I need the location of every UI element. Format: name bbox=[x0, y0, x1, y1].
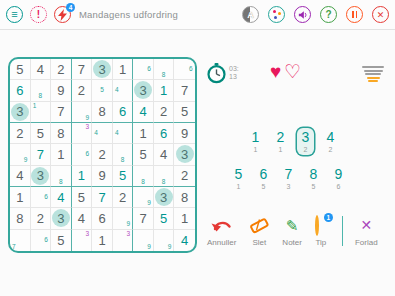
cell-digit: 3 bbox=[98, 63, 105, 76]
cell-r3c4[interactable]: 9 bbox=[72, 102, 93, 123]
cell-r3c7[interactable]: 4 bbox=[133, 102, 154, 123]
cell-r4c5[interactable]: 4 bbox=[92, 123, 113, 144]
numpad-digit: 4 bbox=[322, 130, 339, 144]
cell-digit: 3 bbox=[139, 84, 146, 97]
numpad-remaining-count: 1 bbox=[272, 145, 289, 154]
cell-r1c8[interactable]: 8 bbox=[154, 59, 175, 80]
cell-digit: 5 bbox=[16, 63, 23, 76]
cell-r2c9[interactable]: 7 bbox=[174, 80, 195, 101]
cell-r6c5[interactable]: 9 bbox=[92, 166, 113, 187]
palette-dot bbox=[278, 12, 281, 15]
cell-r4c3[interactable]: 8 bbox=[51, 123, 72, 144]
cell-r5c5[interactable]: 2 bbox=[92, 144, 113, 165]
cell-digit: 7 bbox=[98, 191, 105, 204]
cell-r8c8[interactable]: 5 bbox=[154, 208, 175, 229]
cell-r7c1[interactable]: 1 bbox=[10, 187, 31, 208]
cell-r6c1[interactable]: 4 bbox=[10, 166, 31, 187]
cell-r5c4[interactable]: 6 bbox=[72, 144, 93, 165]
cell-r8c2[interactable]: 2 bbox=[31, 208, 52, 229]
palette-dot bbox=[274, 16, 277, 19]
cell-r4c1[interactable]: 2 bbox=[10, 123, 31, 144]
leaderboard-icon[interactable] bbox=[362, 66, 384, 82]
cell-r6c4[interactable]: 1 bbox=[72, 166, 93, 187]
timer: 03: 13 bbox=[206, 63, 239, 84]
pencil-note: 9 bbox=[167, 244, 173, 251]
help-icon[interactable]: ? bbox=[320, 6, 337, 23]
cell-r1c7[interactable]: 6 bbox=[133, 59, 154, 80]
cell-r5c8[interactable]: 4 bbox=[154, 144, 175, 165]
numpad-3[interactable]: 32 bbox=[297, 128, 314, 155]
cell-r4c9[interactable]: 9 bbox=[174, 123, 195, 144]
notes-label: Noter bbox=[282, 238, 302, 247]
cell-r5c9[interactable]: 3 bbox=[174, 144, 195, 165]
cell-digit: 1 bbox=[57, 148, 64, 161]
cell-r1c5[interactable]: 3 bbox=[92, 59, 113, 80]
close-icon[interactable]: ✕ bbox=[372, 6, 389, 23]
pencil-note: 5 bbox=[99, 87, 105, 94]
top-bar: ≡ ! 4 Mandagens udfordring A bbox=[0, 0, 395, 30]
palette-dot bbox=[273, 10, 276, 13]
cell-r4c4[interactable]: 3 bbox=[72, 123, 93, 144]
topbar-right-icons: A ? ✕ bbox=[242, 6, 389, 23]
cell-r5c6[interactable]: 8 bbox=[113, 144, 134, 165]
cell-digit: 6 bbox=[119, 105, 126, 118]
theme-palette-icon[interactable] bbox=[268, 6, 285, 23]
notes-button[interactable]: ✎ Noter bbox=[282, 215, 302, 247]
cell-digit: 9 bbox=[181, 127, 188, 140]
cell-digit: 7 bbox=[181, 84, 188, 97]
eraser-icon bbox=[249, 216, 269, 234]
cell-r8c3[interactable]: 3 bbox=[51, 208, 72, 229]
cell-digit: 3 bbox=[57, 212, 64, 225]
numpad-remaining-count: 2 bbox=[322, 145, 339, 154]
cell-r9c6[interactable]: 3 bbox=[113, 230, 134, 251]
pencil-note: 6 bbox=[84, 151, 90, 158]
pencil-note: 8 bbox=[161, 179, 167, 186]
cell-r7c3[interactable]: 4 bbox=[51, 187, 72, 208]
cell-digit: 4 bbox=[57, 191, 64, 204]
cell-digit: 4 bbox=[139, 105, 146, 118]
page-title: Mandagens udfordring bbox=[79, 9, 178, 20]
numpad-remaining-count: 3 bbox=[280, 182, 297, 191]
cell-r1c1[interactable]: 5 bbox=[10, 59, 31, 80]
numpad-digit: 1 bbox=[247, 130, 264, 144]
cell-r9c8[interactable]: 9 bbox=[154, 230, 175, 251]
cell-digit: 3 bbox=[16, 105, 23, 118]
leave-button[interactable]: ✕ Forlad bbox=[355, 215, 378, 247]
lightbulb-icon: 1 bbox=[315, 217, 327, 233]
cell-r1c2[interactable]: 4 bbox=[31, 59, 52, 80]
cell-digit: 5 bbox=[139, 148, 146, 161]
cell-r3c2[interactable]: 1 bbox=[31, 102, 52, 123]
pencil-note: 8 bbox=[140, 179, 146, 186]
cell-digit: 5 bbox=[119, 169, 126, 182]
pause-icon[interactable] bbox=[346, 6, 363, 23]
cell-r2c2[interactable]: 8 bbox=[31, 80, 52, 101]
lightning-icon bbox=[58, 9, 67, 21]
pencil-note: 9 bbox=[125, 221, 131, 228]
cell-r8c4[interactable]: 4 bbox=[72, 208, 93, 229]
streak-icon[interactable]: 4 bbox=[54, 6, 71, 23]
pencil-icon: ✎ bbox=[286, 218, 299, 233]
cell-r3c8[interactable]: 2 bbox=[154, 102, 175, 123]
pause-bars bbox=[352, 11, 358, 18]
numpad-row-1: 11213242 bbox=[247, 128, 339, 155]
cell-r9c9[interactable]: 4 bbox=[174, 230, 195, 251]
lives: ♥♡ bbox=[270, 60, 304, 83]
cell-r3c9[interactable]: 5 bbox=[174, 102, 195, 123]
topbar-left-icons: ≡ ! 4 bbox=[6, 6, 71, 23]
cell-digit: 8 bbox=[181, 191, 188, 204]
leave-x-icon: ✕ bbox=[360, 218, 372, 232]
hint-label: Tip bbox=[316, 238, 327, 247]
cell-digit: 4 bbox=[37, 63, 44, 76]
cell-r2c3[interactable]: 9 bbox=[51, 80, 72, 101]
numpad-6[interactable]: 65 bbox=[255, 165, 272, 192]
cell-r2c1[interactable]: 6 bbox=[10, 80, 31, 101]
cell-r8c5[interactable]: 6 bbox=[92, 208, 113, 229]
pencil-note: 6 bbox=[146, 66, 152, 73]
cell-digit: 2 bbox=[160, 105, 167, 118]
sudoku-board: 5427316866892543173179864252583441699716… bbox=[8, 57, 197, 253]
cell-r7c6[interactable]: 2 bbox=[113, 187, 134, 208]
cell-digit: 1 bbox=[98, 234, 105, 247]
pencil-note: 3 bbox=[84, 124, 90, 131]
delete-label: Slet bbox=[252, 238, 266, 247]
numpad-remaining-count: 1 bbox=[230, 182, 247, 191]
cell-r2c4[interactable]: 2 bbox=[72, 80, 93, 101]
numpad-digit: 8 bbox=[305, 167, 322, 181]
cell-r8c6[interactable]: 9 bbox=[113, 208, 134, 229]
cell-r5c1[interactable]: 9 bbox=[10, 144, 31, 165]
cell-digit: 3 bbox=[181, 148, 188, 161]
app-screen: ≡ ! 4 Mandagens udfordring A bbox=[0, 0, 395, 296]
cell-r7c4[interactable]: 5 bbox=[72, 187, 93, 208]
cell-digit: 2 bbox=[181, 169, 188, 182]
cell-digit: 8 bbox=[98, 105, 105, 118]
pencil-note: 1 bbox=[32, 103, 38, 110]
pencil-note: 8 bbox=[58, 179, 64, 186]
pencil-note: 7 bbox=[11, 244, 17, 251]
cell-r9c7[interactable]: 9 bbox=[133, 230, 154, 251]
contrast-icon[interactable]: A bbox=[242, 6, 259, 23]
cell-digit: 8 bbox=[57, 127, 64, 140]
undo-button[interactable]: Annuller bbox=[207, 215, 236, 247]
numpad-4[interactable]: 42 bbox=[322, 128, 339, 155]
numpad-5[interactable]: 51 bbox=[230, 165, 247, 192]
cell-digit: 6 bbox=[98, 212, 105, 225]
cell-digit: 2 bbox=[78, 84, 85, 97]
cell-r1c6[interactable]: 1 bbox=[113, 59, 134, 80]
cell-digit: 6 bbox=[160, 127, 167, 140]
heart-outline-icon: ♡ bbox=[284, 61, 304, 82]
cell-r2c8[interactable]: 1 bbox=[154, 80, 175, 101]
numpad-1[interactable]: 11 bbox=[247, 128, 264, 155]
cell-digit: 9 bbox=[98, 169, 105, 182]
delete-button[interactable]: Slet bbox=[249, 215, 269, 247]
numpad-digit: 5 bbox=[230, 167, 247, 181]
numpad-digit: 3 bbox=[297, 130, 314, 144]
cell-r5c7[interactable]: 5 bbox=[133, 144, 154, 165]
pencil-note: 6 bbox=[43, 237, 49, 244]
cell-digit: 5 bbox=[160, 212, 167, 225]
timer-value: 03: 13 bbox=[229, 65, 239, 81]
cell-digit: 4 bbox=[16, 169, 23, 182]
cell-digit: 6 bbox=[16, 84, 23, 97]
cell-digit: 5 bbox=[78, 191, 85, 204]
cell-digit: 5 bbox=[181, 105, 188, 118]
cell-r3c3[interactable]: 7 bbox=[51, 102, 72, 123]
numpad-8[interactable]: 85 bbox=[305, 165, 322, 192]
pencil-note: 8 bbox=[120, 157, 126, 164]
cell-digit: 7 bbox=[78, 63, 85, 76]
cell-r7c9[interactable]: 8 bbox=[174, 187, 195, 208]
daily-challenge-icon[interactable]: ! bbox=[30, 6, 47, 23]
cell-r9c4[interactable]: 3 bbox=[72, 230, 93, 251]
numpad-9[interactable]: 96 bbox=[330, 165, 347, 192]
cell-r4c8[interactable]: 6 bbox=[154, 123, 175, 144]
numpad-remaining-count: 5 bbox=[255, 182, 272, 191]
cell-digit: 1 bbox=[181, 212, 188, 225]
numpad-remaining-count: 1 bbox=[247, 145, 264, 154]
cell-digit: 5 bbox=[37, 127, 44, 140]
numpad-digit: 9 bbox=[330, 167, 347, 181]
pencil-note: 3 bbox=[84, 231, 90, 238]
cell-r1c4[interactable]: 7 bbox=[72, 59, 93, 80]
cell-digit: 5 bbox=[57, 234, 64, 247]
cell-digit: 1 bbox=[119, 63, 126, 76]
cell-r3c6[interactable]: 6 bbox=[113, 102, 134, 123]
hint-button[interactable]: 1 Tip bbox=[315, 215, 327, 247]
cell-r7c2[interactable]: 6 bbox=[31, 187, 52, 208]
menu-icon[interactable]: ≡ bbox=[6, 6, 23, 23]
pencil-note: 6 bbox=[188, 66, 194, 73]
cell-digit: 7 bbox=[139, 212, 146, 225]
cell-digit: 1 bbox=[78, 169, 85, 182]
cell-digit: 1 bbox=[160, 84, 167, 97]
cell-digit: 9 bbox=[57, 84, 64, 97]
cell-r9c1[interactable]: 7 bbox=[10, 230, 31, 251]
numpad-remaining-count: 5 bbox=[305, 182, 322, 191]
cell-digit: 4 bbox=[78, 212, 85, 225]
cell-r1c9[interactable]: 6 bbox=[174, 59, 195, 80]
cell-r3c1[interactable]: 3 bbox=[10, 102, 31, 123]
numpad-digit: 6 bbox=[255, 167, 272, 181]
cell-digit: 3 bbox=[160, 191, 167, 204]
pencil-note: 4 bbox=[93, 130, 99, 137]
cell-digit: 2 bbox=[57, 63, 64, 76]
pencil-note: 9 bbox=[23, 157, 29, 164]
cell-digit: 4 bbox=[181, 234, 188, 247]
numpad-digit: 7 bbox=[280, 167, 297, 181]
cell-r5c2[interactable]: 7 bbox=[31, 144, 52, 165]
cell-r9c3[interactable]: 5 bbox=[51, 230, 72, 251]
pencil-note: 3 bbox=[125, 231, 131, 238]
cell-r6c3[interactable]: 8 bbox=[51, 166, 72, 187]
cell-r2c5[interactable]: 5 bbox=[92, 80, 113, 101]
cell-r4c6[interactable]: 4 bbox=[113, 123, 134, 144]
hint-badge: 1 bbox=[324, 213, 333, 222]
cell-digit: 7 bbox=[57, 105, 64, 118]
numpad-remaining-count: 2 bbox=[297, 145, 314, 154]
pencil-note: 9 bbox=[84, 115, 90, 122]
numpad-remaining-count: 6 bbox=[330, 182, 347, 191]
cell-r6c7[interactable]: 8 bbox=[133, 166, 154, 187]
cell-r7c5[interactable]: 7 bbox=[92, 187, 113, 208]
cell-r6c2[interactable]: 3 bbox=[31, 166, 52, 187]
cell-r8c1[interactable]: 8 bbox=[10, 208, 31, 229]
cell-digit: 1 bbox=[139, 127, 146, 140]
cell-digit: 2 bbox=[16, 127, 23, 140]
cell-r9c5[interactable]: 1 bbox=[92, 230, 113, 251]
cell-digit: 2 bbox=[119, 191, 126, 204]
cell-r7c7[interactable]: 9 bbox=[133, 187, 154, 208]
heart-filled-icon: ♥ bbox=[270, 61, 284, 82]
cell-digit: 3 bbox=[37, 169, 44, 182]
undo-icon bbox=[211, 218, 233, 233]
numpad-2[interactable]: 21 bbox=[272, 128, 289, 155]
sound-icon[interactable] bbox=[294, 6, 311, 23]
action-divider bbox=[342, 216, 343, 246]
cell-r1c3[interactable]: 2 bbox=[51, 59, 72, 80]
cell-digit: 2 bbox=[98, 148, 105, 161]
cell-r5c3[interactable]: 1 bbox=[51, 144, 72, 165]
pencil-note: 8 bbox=[161, 72, 167, 79]
cell-r6c8[interactable]: 8 bbox=[154, 166, 175, 187]
cell-r4c7[interactable]: 1 bbox=[133, 123, 154, 144]
cell-r6c9[interactable]: 2 bbox=[174, 166, 195, 187]
numpad-row-2: 5165738596 bbox=[230, 165, 347, 192]
cell-r9c2[interactable]: 6 bbox=[31, 230, 52, 251]
pencil-note: 4 bbox=[114, 130, 120, 137]
cell-digit: 7 bbox=[37, 148, 44, 161]
numpad-7[interactable]: 73 bbox=[280, 165, 297, 192]
cell-digit: 2 bbox=[37, 212, 44, 225]
cell-r7c8[interactable]: 3 bbox=[154, 187, 175, 208]
speaker-icon bbox=[298, 10, 308, 20]
pencil-note: 9 bbox=[146, 244, 152, 251]
pencil-note: 4 bbox=[114, 87, 120, 94]
pencil-note: 8 bbox=[37, 93, 43, 100]
cell-digit: 1 bbox=[16, 191, 23, 204]
action-bar: Annuller Slet ✎ Noter 1 Tip bbox=[207, 215, 391, 247]
cell-digit: 4 bbox=[160, 148, 167, 161]
cell-r6c6[interactable]: 5 bbox=[113, 166, 134, 187]
pencil-note: 9 bbox=[146, 200, 152, 207]
cell-r2c6[interactable]: 4 bbox=[113, 80, 134, 101]
numpad-digit: 2 bbox=[272, 130, 289, 144]
undo-label: Annuller bbox=[207, 238, 236, 247]
cell-r3c5[interactable]: 8 bbox=[92, 102, 113, 123]
cell-r4c2[interactable]: 5 bbox=[31, 123, 52, 144]
streak-badge: 4 bbox=[66, 3, 75, 12]
clock-icon bbox=[206, 63, 227, 84]
leave-label: Forlad bbox=[355, 238, 378, 247]
pencil-note: 6 bbox=[43, 194, 49, 201]
cell-r2c7[interactable]: 3 bbox=[133, 80, 154, 101]
cell-r8c7[interactable]: 7 bbox=[133, 208, 154, 229]
cell-digit: 8 bbox=[16, 212, 23, 225]
cell-r8c9[interactable]: 1 bbox=[174, 208, 195, 229]
